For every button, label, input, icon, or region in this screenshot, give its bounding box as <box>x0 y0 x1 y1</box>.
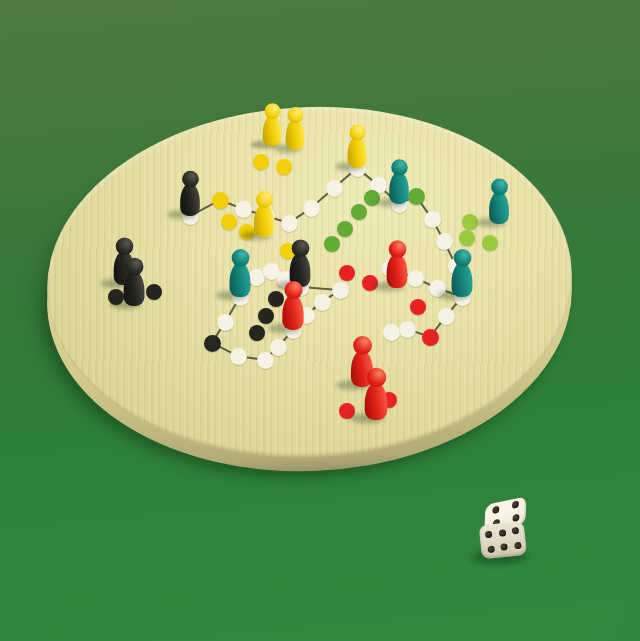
start-dot-black <box>204 335 221 352</box>
pawn-head <box>391 159 408 176</box>
track-dot <box>326 180 343 197</box>
pawn-head <box>264 103 280 119</box>
start-dot-red <box>422 329 439 346</box>
pawn-body <box>387 254 408 288</box>
pawn-head <box>182 171 199 188</box>
die-pip <box>501 544 509 552</box>
die-pip <box>514 542 522 550</box>
die-pip <box>492 506 499 515</box>
track-dot <box>332 282 349 299</box>
pawn-body <box>365 383 388 420</box>
pawn-head <box>453 249 471 267</box>
pawn-head <box>491 179 508 196</box>
pawn-yellow[interactable] <box>347 124 368 168</box>
track-dot <box>257 352 274 369</box>
goal-dot-green <box>324 236 340 252</box>
goal-dot-black <box>258 308 274 324</box>
pawn-body <box>263 115 282 146</box>
track-dot <box>407 270 424 287</box>
home-dot-green <box>459 230 475 246</box>
goal-dot-yellow <box>221 214 237 230</box>
die-pip <box>512 500 519 509</box>
pawn-body <box>489 191 509 224</box>
pawn-head <box>291 239 309 257</box>
pawn-head <box>366 368 385 387</box>
goal-dot-black <box>249 325 265 341</box>
track-dot <box>281 215 298 232</box>
die-pip <box>498 529 506 537</box>
start-dot-yellow <box>212 192 229 209</box>
pawn-body <box>180 184 200 216</box>
pawn-green[interactable] <box>488 179 510 224</box>
goal-dot-green <box>337 221 353 237</box>
pawn-black[interactable] <box>289 239 312 287</box>
pawn-yellow[interactable] <box>285 107 306 150</box>
track-dot <box>235 201 252 218</box>
home-dot-black <box>146 284 162 300</box>
pawn-body <box>282 295 303 330</box>
track-dot <box>230 348 247 365</box>
scene <box>0 0 640 641</box>
goal-dot-green <box>351 204 367 220</box>
pawn-body <box>389 172 408 204</box>
die-pip <box>485 531 493 539</box>
track-dot <box>399 321 416 338</box>
pawn-red[interactable] <box>364 368 389 420</box>
pawn-head <box>284 281 302 299</box>
pawn-green[interactable] <box>229 249 252 297</box>
pawn-body <box>254 204 274 237</box>
pawn-body <box>452 263 473 297</box>
die[interactable] <box>477 499 535 563</box>
pawn-green[interactable] <box>451 249 474 297</box>
pawn-body <box>286 119 305 150</box>
die-face-front <box>479 521 527 560</box>
pawn-black[interactable] <box>179 171 201 216</box>
pawn-head <box>388 240 406 258</box>
home-dot-green <box>482 235 498 251</box>
pawn-green[interactable] <box>388 159 409 204</box>
track-dot <box>314 294 331 311</box>
die-pip <box>487 546 495 554</box>
track-dot <box>270 339 287 356</box>
track-dot <box>383 324 400 341</box>
pawn-head <box>115 237 133 255</box>
start-dot-green <box>408 188 425 205</box>
track-dot <box>424 211 441 228</box>
track-dot <box>217 314 234 331</box>
pawn-red[interactable] <box>386 240 409 288</box>
pawn-body <box>230 263 251 297</box>
track-dot <box>303 200 320 217</box>
home-dot-yellow <box>276 159 292 175</box>
pawn-head <box>349 124 365 140</box>
goal-dot-red <box>410 299 426 315</box>
track-dot <box>436 233 453 250</box>
goal-dot-red <box>339 265 355 281</box>
pawn-head <box>353 336 372 355</box>
home-dot-yellow <box>253 154 269 170</box>
pawn-head <box>287 107 303 123</box>
die-pip <box>512 527 520 535</box>
pawn-head <box>256 191 273 208</box>
pawn-black[interactable] <box>122 258 145 306</box>
pawn-body <box>124 271 145 306</box>
pawn-red[interactable] <box>281 281 304 330</box>
pawn-yellow[interactable] <box>253 191 275 237</box>
pawn-yellow[interactable] <box>262 103 282 146</box>
pawn-head <box>231 249 249 267</box>
pawn-body <box>348 137 367 168</box>
track-dot <box>438 308 455 325</box>
pawn-head <box>125 258 143 276</box>
